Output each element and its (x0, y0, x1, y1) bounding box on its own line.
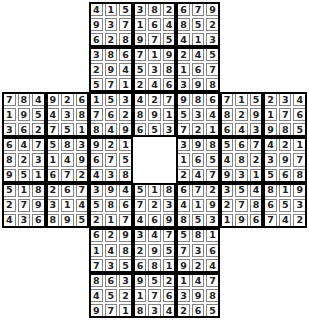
cell-r9c13: 7 (177, 123, 190, 136)
cell-r6c9: 1 (119, 78, 132, 91)
cell-r13c11: 1 (148, 184, 161, 197)
cell-r8c10: 8 (134, 108, 147, 121)
cell-r7c13: 9 (177, 93, 190, 106)
cell-r9c4: 7 (47, 123, 60, 136)
cell-r8c5: 3 (61, 108, 74, 121)
cell-r10c4: 5 (47, 138, 60, 151)
cell-r19c10: 9 (134, 274, 147, 287)
cell-r17c12: 5 (163, 244, 176, 257)
cell-r13c10: 5 (134, 184, 147, 197)
cell-r11c9: 5 (119, 153, 132, 166)
cell-r21c8: 7 (105, 304, 118, 317)
cell-r11c8: 7 (105, 153, 118, 166)
cell-r20c8: 5 (105, 289, 118, 302)
cell-r13c12: 8 (163, 184, 176, 197)
cell-r13c18: 4 (250, 184, 263, 197)
cell-r11c4: 1 (47, 153, 60, 166)
cell-r11c13: 1 (177, 153, 190, 166)
cell-r6c7: 5 (90, 78, 103, 91)
cell-r7c5: 2 (61, 93, 74, 106)
cell-r1c13: 6 (177, 3, 190, 16)
cell-r21c9: 1 (119, 304, 132, 317)
cell-r13c5: 6 (61, 184, 74, 197)
cell-r14c17: 7 (235, 199, 248, 212)
cell-r8c19: 1 (264, 108, 277, 121)
cell-r4c13: 2 (177, 48, 190, 61)
cell-r3c12: 5 (163, 33, 176, 46)
cell-r12c3: 1 (32, 169, 45, 182)
cell-r1c12: 2 (163, 3, 176, 16)
cell-r8c3: 5 (32, 108, 45, 121)
cell-r12c15: 7 (206, 169, 219, 182)
cell-r8c18: 9 (250, 108, 263, 121)
cell-r8c15: 4 (206, 108, 219, 121)
cell-r6c10: 2 (134, 78, 147, 91)
cell-r11c19: 3 (264, 153, 277, 166)
cell-r21c15: 5 (206, 304, 219, 317)
cell-r13c15: 2 (206, 184, 219, 197)
cell-r4c7: 3 (90, 48, 103, 61)
sudoku-board: 4153826799371648526289754133867192452945… (2, 2, 307, 318)
cell-r7c12: 7 (163, 93, 176, 106)
cell-r2c10: 1 (134, 18, 147, 31)
cell-r20c10: 1 (134, 289, 147, 302)
cell-r12c7: 4 (90, 169, 103, 182)
cell-r15c11: 6 (148, 214, 161, 227)
cell-r10c8: 2 (105, 138, 118, 151)
cell-r9c12: 3 (163, 123, 176, 136)
cell-r1c10: 3 (134, 3, 147, 16)
cell-r14c18: 8 (250, 199, 263, 212)
cell-r1c15: 9 (206, 3, 219, 16)
cell-r13c17: 5 (235, 184, 248, 197)
cell-r8c4: 4 (47, 108, 60, 121)
cell-r9c5: 5 (61, 123, 74, 136)
cell-r8c13: 5 (177, 108, 190, 121)
cell-r10c6: 3 (76, 138, 89, 151)
cell-r7c21: 4 (293, 93, 306, 106)
cell-r7c15: 6 (206, 93, 219, 106)
cell-r7c11: 2 (148, 93, 161, 106)
cell-r20c9: 2 (119, 289, 132, 302)
cell-r14c12: 3 (163, 199, 176, 212)
cell-r1c8: 1 (105, 3, 118, 16)
cell-r19c12: 2 (163, 274, 176, 287)
cell-r5c8: 9 (105, 63, 118, 76)
cell-r20c12: 6 (163, 289, 176, 302)
cell-r21c7: 9 (90, 304, 103, 317)
cell-r14c13: 4 (177, 199, 190, 212)
cell-r21c11: 3 (148, 304, 161, 317)
cell-r15c4: 8 (47, 214, 60, 227)
cell-r15c8: 1 (105, 214, 118, 227)
cell-r16c13: 5 (177, 229, 190, 242)
cell-r12c19: 5 (264, 169, 277, 182)
cell-r7c6: 6 (76, 93, 89, 106)
cell-r6c11: 4 (148, 78, 161, 91)
cell-r15c13: 8 (177, 214, 190, 227)
cell-r5c11: 3 (148, 63, 161, 76)
cell-r7c4: 9 (47, 93, 60, 106)
cell-r8c1: 1 (3, 108, 16, 121)
cell-r14c3: 9 (32, 199, 45, 212)
cell-r8c6: 8 (76, 108, 89, 121)
cell-r14c4: 3 (47, 199, 60, 212)
cell-r9c20: 8 (279, 123, 292, 136)
cell-r14c15: 9 (206, 199, 219, 212)
cell-r14c16: 2 (221, 199, 234, 212)
cell-r6c15: 8 (206, 78, 219, 91)
cell-r9c19: 9 (264, 123, 277, 136)
cell-r11c6: 9 (76, 153, 89, 166)
cell-r8c17: 2 (235, 108, 248, 121)
cell-r4c9: 6 (119, 48, 132, 61)
cell-r19c7: 8 (90, 274, 103, 287)
cell-r5c13: 1 (177, 63, 190, 76)
cell-r18c14: 2 (192, 259, 205, 272)
cell-r14c14: 1 (192, 199, 205, 212)
cell-r2c13: 8 (177, 18, 190, 31)
cell-r8c9: 2 (119, 108, 132, 121)
cell-r13c20: 1 (279, 184, 292, 197)
cell-r11c17: 8 (235, 153, 248, 166)
cell-r13c9: 4 (119, 184, 132, 197)
cell-r4c11: 1 (148, 48, 161, 61)
cell-r2c9: 7 (119, 18, 132, 31)
cell-r2c7: 9 (90, 18, 103, 31)
cell-r12c5: 7 (61, 169, 74, 182)
cell-r14c19: 6 (264, 199, 277, 212)
cell-r12c21: 8 (293, 169, 306, 182)
cell-r18c15: 4 (206, 259, 219, 272)
cell-r4c15: 5 (206, 48, 219, 61)
cell-r19c14: 4 (192, 274, 205, 287)
cell-r20c7: 4 (90, 289, 103, 302)
cell-r10c7: 9 (90, 138, 103, 151)
cell-r20c15: 8 (206, 289, 219, 302)
cell-r9c3: 2 (32, 123, 45, 136)
cell-r19c15: 7 (206, 274, 219, 287)
cell-r9c1: 3 (3, 123, 16, 136)
cell-r13c14: 7 (192, 184, 205, 197)
cell-r2c12: 4 (163, 18, 176, 31)
cell-r15c12: 9 (163, 214, 176, 227)
cell-r5c12: 8 (163, 63, 176, 76)
cell-r17c14: 3 (192, 244, 205, 257)
cell-r13c2: 1 (18, 184, 31, 197)
cell-r12c16: 9 (221, 169, 234, 182)
cell-r12c20: 6 (279, 169, 292, 182)
cell-r8c7: 7 (90, 108, 103, 121)
cell-r10c9: 1 (119, 138, 132, 151)
cell-r3c11: 7 (148, 33, 161, 46)
cell-r14c11: 2 (148, 199, 161, 212)
cell-r15c16: 1 (221, 214, 234, 227)
cell-r9c14: 2 (192, 123, 205, 136)
cell-r9c18: 3 (250, 123, 263, 136)
cell-r19c11: 5 (148, 274, 161, 287)
cell-r8c8: 6 (105, 108, 118, 121)
cell-r15c14: 5 (192, 214, 205, 227)
cell-r13c16: 3 (221, 184, 234, 197)
cell-r4c10: 7 (134, 48, 147, 61)
cell-r13c8: 9 (105, 184, 118, 197)
cell-r10c1: 6 (3, 138, 16, 151)
cell-r10c5: 8 (61, 138, 74, 151)
cell-r3c9: 8 (119, 33, 132, 46)
cell-r18c8: 3 (105, 259, 118, 272)
cell-r19c13: 1 (177, 274, 190, 287)
cell-r12c6: 2 (76, 169, 89, 182)
cell-r21c10: 8 (134, 304, 147, 317)
cell-r4c14: 4 (192, 48, 205, 61)
cell-r14c6: 4 (76, 199, 89, 212)
cell-r11c14: 6 (192, 153, 205, 166)
cell-r11c16: 4 (221, 153, 234, 166)
cell-r14c10: 7 (134, 199, 147, 212)
cell-r9c8: 4 (105, 123, 118, 136)
cell-r10c17: 6 (235, 138, 248, 151)
cell-r8c14: 3 (192, 108, 205, 121)
cell-r11c18: 2 (250, 153, 263, 166)
cell-r10c20: 2 (279, 138, 292, 151)
cell-r16c9: 9 (119, 229, 132, 242)
cell-r12c14: 4 (192, 169, 205, 182)
cell-r4c12: 9 (163, 48, 176, 61)
cell-r14c2: 7 (18, 199, 31, 212)
cell-r20c11: 7 (148, 289, 161, 302)
cell-r3c7: 6 (90, 33, 103, 46)
cell-r7c3: 4 (32, 93, 45, 106)
cell-r9c15: 1 (206, 123, 219, 136)
cell-r16c11: 4 (148, 229, 161, 242)
cell-r21c14: 6 (192, 304, 205, 317)
cell-r16c12: 7 (163, 229, 176, 242)
cell-r12c2: 5 (18, 169, 31, 182)
cell-r18c12: 1 (163, 259, 176, 272)
cell-r14c5: 1 (61, 199, 74, 212)
cell-r11c20: 9 (279, 153, 292, 166)
cell-r7c1: 7 (3, 93, 16, 106)
cell-r15c6: 5 (76, 214, 89, 227)
cell-r9c11: 5 (148, 123, 161, 136)
cell-r15c3: 6 (32, 214, 45, 227)
cell-r7c9: 3 (119, 93, 132, 106)
cell-r15c17: 9 (235, 214, 248, 227)
cell-r4c8: 8 (105, 48, 118, 61)
cell-r10c15: 8 (206, 138, 219, 151)
cell-r18c7: 7 (90, 259, 103, 272)
cell-r16c7: 6 (90, 229, 103, 242)
cell-r17c10: 2 (134, 244, 147, 257)
cell-r13c1: 5 (3, 184, 16, 197)
cell-r16c15: 1 (206, 229, 219, 242)
cell-r7c14: 8 (192, 93, 205, 106)
cell-r7c7: 1 (90, 93, 103, 106)
cell-r16c10: 3 (134, 229, 147, 242)
cell-r12c9: 8 (119, 169, 132, 182)
cell-r2c8: 3 (105, 18, 118, 31)
cell-r7c10: 4 (134, 93, 147, 106)
cell-r5c15: 7 (206, 63, 219, 76)
cell-r7c20: 3 (279, 93, 292, 106)
cell-r8c11: 9 (148, 108, 161, 121)
cell-r15c5: 9 (61, 214, 74, 227)
cell-r1c7: 4 (90, 3, 103, 16)
cell-r18c13: 9 (177, 259, 190, 272)
cell-r14c20: 5 (279, 199, 292, 212)
cell-r7c18: 5 (250, 93, 263, 106)
cell-r8c2: 9 (18, 108, 31, 121)
cell-r16c8: 2 (105, 229, 118, 242)
cell-r19c8: 6 (105, 274, 118, 287)
cell-r6c12: 6 (163, 78, 176, 91)
cell-r5c7: 2 (90, 63, 103, 76)
cell-r11c7: 6 (90, 153, 103, 166)
cell-r17c15: 6 (206, 244, 219, 257)
cell-r9c21: 5 (293, 123, 306, 136)
cell-r12c1: 9 (3, 169, 16, 182)
cell-r2c14: 5 (192, 18, 205, 31)
cell-r3c15: 3 (206, 33, 219, 46)
cell-r15c19: 7 (264, 214, 277, 227)
cell-r10c3: 7 (32, 138, 45, 151)
cell-r9c10: 6 (134, 123, 147, 136)
cell-r20c13: 3 (177, 289, 190, 302)
cell-r13c19: 8 (264, 184, 277, 197)
cell-r15c1: 4 (3, 214, 16, 227)
cell-r9c17: 4 (235, 123, 248, 136)
cell-r19c9: 3 (119, 274, 132, 287)
cell-r15c7: 2 (90, 214, 103, 227)
cell-r12c17: 3 (235, 169, 248, 182)
cell-r21c13: 2 (177, 304, 190, 317)
cell-r3c13: 4 (177, 33, 190, 46)
cell-r18c9: 5 (119, 259, 132, 272)
cell-r18c11: 8 (148, 259, 161, 272)
cell-r6c8: 7 (105, 78, 118, 91)
cell-r20c14: 9 (192, 289, 205, 302)
cell-r12c18: 1 (250, 169, 263, 182)
cell-r1c9: 5 (119, 3, 132, 16)
cell-r12c13: 2 (177, 169, 190, 182)
cell-r10c13: 3 (177, 138, 190, 151)
cell-r16c14: 8 (192, 229, 205, 242)
cell-r13c7: 3 (90, 184, 103, 197)
cell-r10c18: 7 (250, 138, 263, 151)
cell-r14c9: 6 (119, 199, 132, 212)
cell-r9c16: 6 (221, 123, 234, 136)
cell-r21c12: 4 (163, 304, 176, 317)
cell-r12c8: 3 (105, 169, 118, 182)
cell-r2c15: 2 (206, 18, 219, 31)
cell-r15c9: 7 (119, 214, 132, 227)
cell-r13c4: 2 (47, 184, 60, 197)
cell-r17c13: 7 (177, 244, 190, 257)
cell-r10c16: 5 (221, 138, 234, 151)
cell-r7c16: 7 (221, 93, 234, 106)
cell-r6c14: 9 (192, 78, 205, 91)
cell-r17c9: 8 (119, 244, 132, 257)
cell-r17c11: 9 (148, 244, 161, 257)
cell-r11c21: 7 (293, 153, 306, 166)
cell-r9c2: 6 (18, 123, 31, 136)
cell-r15c2: 3 (18, 214, 31, 227)
cell-r5c14: 6 (192, 63, 205, 76)
cell-r9c6: 1 (76, 123, 89, 136)
cell-r11c1: 8 (3, 153, 16, 166)
cell-r2c11: 6 (148, 18, 161, 31)
cell-r17c8: 4 (105, 244, 118, 257)
cell-r10c14: 9 (192, 138, 205, 151)
cell-r15c15: 3 (206, 214, 219, 227)
cell-r11c3: 3 (32, 153, 45, 166)
cell-r8c16: 8 (221, 108, 234, 121)
cell-r11c2: 2 (18, 153, 31, 166)
cell-r10c21: 1 (293, 138, 306, 151)
cell-r3c14: 1 (192, 33, 205, 46)
puzzle-page: 4153826799371648526289754133867192452945… (0, 0, 309, 320)
cell-r3c8: 2 (105, 33, 118, 46)
cell-r13c3: 8 (32, 184, 45, 197)
cell-r13c6: 7 (76, 184, 89, 197)
cell-r9c7: 8 (90, 123, 103, 136)
cell-r8c20: 7 (279, 108, 292, 121)
cell-r7c8: 5 (105, 93, 118, 106)
cell-r1c11: 8 (148, 3, 161, 16)
cell-r14c1: 2 (3, 199, 16, 212)
cell-r17c7: 1 (90, 244, 103, 257)
cell-r18c10: 6 (134, 259, 147, 272)
cell-r8c21: 6 (293, 108, 306, 121)
cell-r14c7: 5 (90, 199, 103, 212)
cell-r9c9: 9 (119, 123, 132, 136)
cell-r7c17: 1 (235, 93, 248, 106)
cell-r3c10: 9 (134, 33, 147, 46)
cell-r13c21: 9 (293, 184, 306, 197)
cell-r7c19: 2 (264, 93, 277, 106)
cell-r6c13: 3 (177, 78, 190, 91)
cell-r11c15: 5 (206, 153, 219, 166)
cell-r5c10: 5 (134, 63, 147, 76)
cell-r1c14: 7 (192, 3, 205, 16)
cell-r15c18: 6 (250, 214, 263, 227)
cell-r10c2: 4 (18, 138, 31, 151)
cell-r8c12: 1 (163, 108, 176, 121)
cell-r12c4: 6 (47, 169, 60, 182)
cell-r15c21: 2 (293, 214, 306, 227)
cell-r11c5: 4 (61, 153, 74, 166)
cell-r15c10: 4 (134, 214, 147, 227)
cell-r14c21: 3 (293, 199, 306, 212)
cell-r14c8: 8 (105, 199, 118, 212)
cell-r10c19: 4 (264, 138, 277, 151)
cell-r13c13: 6 (177, 184, 190, 197)
cell-r15c20: 4 (279, 214, 292, 227)
cell-r5c9: 4 (119, 63, 132, 76)
cell-r7c2: 8 (18, 93, 31, 106)
